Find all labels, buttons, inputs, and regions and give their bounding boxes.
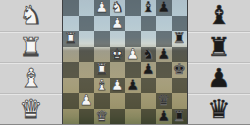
palette-black-queen[interactable]: ♛ [188,93,250,124]
square-c6[interactable] [94,31,110,47]
piece-white-pawn[interactable]: ♟ [95,0,108,15]
piece-black-pawn[interactable]: ♟ [207,63,230,94]
palette-black-rook[interactable]: ♜ [188,31,250,62]
palette-white-queen[interactable]: ♛ [0,93,62,124]
square-e8[interactable] [125,0,141,16]
square-c7[interactable] [94,16,110,32]
square-f6[interactable] [141,31,157,47]
square-g1[interactable]: ♟ [156,109,172,125]
square-c8[interactable]: ♟ [94,0,110,16]
square-a6[interactable]: ♜ [63,31,79,47]
piece-white-knight[interactable]: ♞ [19,0,42,31]
square-d8[interactable]: ♞ [110,0,126,16]
square-b3[interactable] [79,78,95,94]
square-e2[interactable] [125,93,141,109]
palette-black-pawn[interactable]: ♟ [188,62,250,93]
chess-board: ♟♞♝♟♟♜♜♚♟♞♟♜♟♚♝♟♟♟♛♛♟♜ [62,0,188,124]
piece-white-queen[interactable]: ♛ [95,109,108,124]
square-d4[interactable] [110,62,126,78]
square-d1[interactable] [110,109,126,125]
square-e7[interactable] [125,16,141,32]
piece-white-pawn[interactable]: ♟ [80,93,93,108]
square-h7[interactable] [172,16,188,32]
square-f3[interactable] [141,78,157,94]
square-b8[interactable] [79,0,95,16]
piece-black-rook[interactable]: ♜ [207,32,230,63]
palette-white-knight[interactable]: ♞ [0,0,62,31]
piece-black-queen[interactable]: ♛ [207,94,230,125]
palette-white-rook[interactable]: ♜ [0,31,62,62]
square-g8[interactable]: ♟ [156,0,172,16]
piece-white-rook[interactable]: ♜ [95,62,108,77]
square-g4[interactable] [156,62,172,78]
square-c4[interactable]: ♜ [94,62,110,78]
piece-black-knight[interactable]: ♞ [142,47,155,62]
piece-white-pawn[interactable]: ♟ [111,16,124,31]
piece-white-rook[interactable]: ♜ [19,32,42,63]
piece-black-pawn[interactable]: ♟ [157,0,170,15]
square-c1[interactable]: ♛ [94,109,110,125]
piece-black-queen[interactable]: ♛ [157,93,170,108]
square-b4[interactable] [79,62,95,78]
palette-white-bishop[interactable]: ♝ [0,62,62,93]
square-e6[interactable] [125,31,141,47]
piece-black-pawn[interactable]: ♟ [126,78,139,93]
square-a1[interactable] [63,109,79,125]
square-h5[interactable] [172,47,188,63]
black-piece-palette: ♝♜♟♛ [188,0,250,124]
square-h3[interactable] [172,78,188,94]
square-b1[interactable] [79,109,95,125]
square-g2[interactable]: ♛ [156,93,172,109]
white-piece-palette: ♞♜♝♛ [0,0,62,124]
piece-white-bishop[interactable]: ♝ [95,78,108,93]
piece-white-pawn[interactable]: ♟ [126,47,139,62]
piece-black-pawn[interactable]: ♟ [157,47,170,62]
piece-black-bishop[interactable]: ♝ [207,0,230,31]
square-a3[interactable] [63,78,79,94]
piece-white-knight[interactable]: ♞ [111,0,124,15]
square-h2[interactable] [172,93,188,109]
square-a2[interactable] [63,93,79,109]
square-a8[interactable] [63,0,79,16]
piece-black-king[interactable]: ♚ [173,62,186,77]
square-e5[interactable]: ♟ [125,47,141,63]
square-h6[interactable]: ♜ [172,31,188,47]
piece-white-queen[interactable]: ♛ [19,94,42,125]
piece-black-pawn[interactable]: ♟ [142,62,155,77]
piece-white-king[interactable]: ♚ [111,47,124,62]
square-f2[interactable] [141,93,157,109]
square-f1[interactable] [141,109,157,125]
square-d5[interactable]: ♚ [110,47,126,63]
square-g7[interactable] [156,16,172,32]
square-d6[interactable] [110,31,126,47]
square-c5[interactable] [94,47,110,63]
square-e4[interactable] [125,62,141,78]
piece-black-bishop[interactable]: ♝ [142,0,155,15]
square-e3[interactable]: ♟ [125,78,141,94]
square-b7[interactable] [79,16,95,32]
board-grid: ♟♞♝♟♟♜♜♚♟♞♟♜♟♚♝♟♟♟♛♛♟♜ [63,0,187,124]
square-f7[interactable] [141,16,157,32]
piece-black-rook[interactable]: ♜ [173,31,186,46]
square-a7[interactable] [63,16,79,32]
piece-white-rook[interactable]: ♜ [64,31,77,46]
square-b6[interactable] [79,31,95,47]
square-d7[interactable]: ♟ [110,16,126,32]
square-c2[interactable] [94,93,110,109]
square-f5[interactable]: ♞ [141,47,157,63]
square-d2[interactable] [110,93,126,109]
square-h8[interactable] [172,0,188,16]
square-g5[interactable]: ♟ [156,47,172,63]
square-c3[interactable]: ♝ [94,78,110,94]
square-a4[interactable] [63,62,79,78]
piece-white-bishop[interactable]: ♝ [19,63,42,94]
square-a5[interactable] [63,47,79,63]
piece-white-pawn[interactable]: ♟ [111,78,124,93]
square-h1[interactable]: ♜ [172,109,188,125]
square-f8[interactable]: ♝ [141,0,157,16]
piece-black-pawn[interactable]: ♟ [157,109,170,124]
square-h4[interactable]: ♚ [172,62,188,78]
square-f4[interactable]: ♟ [141,62,157,78]
square-g6[interactable] [156,31,172,47]
square-d3[interactable]: ♟ [110,78,126,94]
chess-editor-app: ♞♜♝♛ ♟♞♝♟♟♜♜♚♟♞♟♜♟♚♝♟♟♟♛♛♟♜ ♝♜♟♛ [0,0,250,124]
square-b2[interactable]: ♟ [79,93,95,109]
square-g3[interactable] [156,78,172,94]
square-e1[interactable] [125,109,141,125]
palette-black-bishop[interactable]: ♝ [188,0,250,31]
piece-black-rook[interactable]: ♜ [173,109,186,124]
square-b5[interactable] [79,47,95,63]
